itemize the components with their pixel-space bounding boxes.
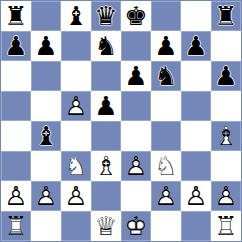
white-rook-piece[interactable]: ♜ bbox=[211, 211, 241, 241]
white-bishop-piece[interactable]: ♝ bbox=[91, 151, 121, 181]
square-c1[interactable] bbox=[61, 211, 91, 241]
square-d7[interactable]: ♞ bbox=[91, 31, 121, 61]
black-king-piece[interactable]: ♚ bbox=[121, 1, 151, 31]
black-pawn-piece[interactable]: ♟ bbox=[211, 61, 241, 91]
square-a5[interactable] bbox=[1, 91, 31, 121]
square-c4[interactable] bbox=[61, 121, 91, 151]
square-b1[interactable] bbox=[31, 211, 61, 241]
square-h8[interactable]: ♜ bbox=[211, 1, 241, 31]
square-a7[interactable]: ♟ bbox=[1, 31, 31, 61]
black-pawn-piece[interactable]: ♟ bbox=[151, 31, 181, 61]
square-b7[interactable]: ♟ bbox=[31, 31, 61, 61]
square-h2[interactable]: ♟ bbox=[211, 181, 241, 211]
square-g5[interactable] bbox=[181, 91, 211, 121]
square-d1[interactable]: ♛ bbox=[91, 211, 121, 241]
white-rook-piece[interactable]: ♜ bbox=[1, 211, 31, 241]
square-f5[interactable] bbox=[151, 91, 181, 121]
square-e8[interactable]: ♚ bbox=[121, 1, 151, 31]
square-h7[interactable] bbox=[211, 31, 241, 61]
black-queen-piece[interactable]: ♛ bbox=[91, 1, 121, 31]
white-pawn-piece[interactable]: ♟ bbox=[31, 181, 61, 211]
square-h6[interactable]: ♟ bbox=[211, 61, 241, 91]
square-e2[interactable] bbox=[121, 181, 151, 211]
black-pawn-piece[interactable]: ♟ bbox=[181, 31, 211, 61]
square-g6[interactable] bbox=[181, 61, 211, 91]
square-c5[interactable]: ♟ bbox=[61, 91, 91, 121]
square-h5[interactable] bbox=[211, 91, 241, 121]
square-c2[interactable]: ♟ bbox=[61, 181, 91, 211]
square-a8[interactable]: ♜ bbox=[1, 1, 31, 31]
square-b3[interactable] bbox=[31, 151, 61, 181]
square-f7[interactable]: ♟ bbox=[151, 31, 181, 61]
square-g8[interactable] bbox=[181, 1, 211, 31]
white-bishop-piece[interactable]: ♝ bbox=[211, 121, 241, 151]
black-bishop-piece[interactable]: ♝ bbox=[31, 121, 61, 151]
black-rook-piece[interactable]: ♜ bbox=[211, 1, 241, 31]
square-a1[interactable]: ♜ bbox=[1, 211, 31, 241]
square-h1[interactable]: ♜ bbox=[211, 211, 241, 241]
square-b4[interactable]: ♝ bbox=[31, 121, 61, 151]
square-g2[interactable]: ♟ bbox=[181, 181, 211, 211]
square-e1[interactable]: ♚ bbox=[121, 211, 151, 241]
black-bishop-piece[interactable]: ♝ bbox=[61, 1, 91, 31]
square-e7[interactable] bbox=[121, 31, 151, 61]
square-a6[interactable] bbox=[1, 61, 31, 91]
square-g3[interactable] bbox=[181, 151, 211, 181]
black-rook-piece[interactable]: ♜ bbox=[1, 1, 31, 31]
square-a2[interactable]: ♟ bbox=[1, 181, 31, 211]
square-h3[interactable] bbox=[211, 151, 241, 181]
white-king-piece[interactable]: ♚ bbox=[121, 211, 151, 241]
black-pawn-piece[interactable]: ♟ bbox=[1, 31, 31, 61]
square-f6[interactable]: ♞ bbox=[151, 61, 181, 91]
white-pawn-piece[interactable]: ♟ bbox=[211, 181, 241, 211]
square-d6[interactable] bbox=[91, 61, 121, 91]
black-knight-piece[interactable]: ♞ bbox=[91, 31, 121, 61]
black-pawn-piece[interactable]: ♟ bbox=[91, 91, 121, 121]
white-queen-piece[interactable]: ♛ bbox=[91, 211, 121, 241]
square-c6[interactable] bbox=[61, 61, 91, 91]
square-g1[interactable] bbox=[181, 211, 211, 241]
white-knight-piece[interactable]: ♞ bbox=[61, 151, 91, 181]
white-pawn-piece[interactable]: ♟ bbox=[121, 151, 151, 181]
chess-board: ♜♝♛♚♜♟♟♞♟♟♟♞♟♟♟♝♝♞♝♟♞♟♟♟♟♟♟♜♛♚♜ bbox=[0, 0, 242, 242]
white-pawn-piece[interactable]: ♟ bbox=[151, 181, 181, 211]
black-knight-piece[interactable]: ♞ bbox=[151, 61, 181, 91]
black-pawn-piece[interactable]: ♟ bbox=[31, 31, 61, 61]
square-b8[interactable] bbox=[31, 1, 61, 31]
square-d5[interactable]: ♟ bbox=[91, 91, 121, 121]
square-c3[interactable]: ♞ bbox=[61, 151, 91, 181]
square-e5[interactable] bbox=[121, 91, 151, 121]
square-g4[interactable] bbox=[181, 121, 211, 151]
square-e6[interactable]: ♟ bbox=[121, 61, 151, 91]
black-pawn-piece[interactable]: ♟ bbox=[121, 61, 151, 91]
white-pawn-piece[interactable]: ♟ bbox=[61, 181, 91, 211]
square-e4[interactable] bbox=[121, 121, 151, 151]
square-b2[interactable]: ♟ bbox=[31, 181, 61, 211]
square-b5[interactable] bbox=[31, 91, 61, 121]
white-pawn-piece[interactable]: ♟ bbox=[1, 181, 31, 211]
square-g7[interactable]: ♟ bbox=[181, 31, 211, 61]
square-f8[interactable] bbox=[151, 1, 181, 31]
square-a3[interactable] bbox=[1, 151, 31, 181]
white-pawn-piece[interactable]: ♟ bbox=[61, 91, 91, 121]
square-d2[interactable] bbox=[91, 181, 121, 211]
square-c8[interactable]: ♝ bbox=[61, 1, 91, 31]
white-knight-piece[interactable]: ♞ bbox=[151, 151, 181, 181]
square-f2[interactable]: ♟ bbox=[151, 181, 181, 211]
square-d4[interactable] bbox=[91, 121, 121, 151]
square-d8[interactable]: ♛ bbox=[91, 1, 121, 31]
square-e3[interactable]: ♟ bbox=[121, 151, 151, 181]
square-f1[interactable] bbox=[151, 211, 181, 241]
square-b6[interactable] bbox=[31, 61, 61, 91]
white-pawn-piece[interactable]: ♟ bbox=[181, 181, 211, 211]
square-d3[interactable]: ♝ bbox=[91, 151, 121, 181]
square-f4[interactable] bbox=[151, 121, 181, 151]
square-h4[interactable]: ♝ bbox=[211, 121, 241, 151]
square-c7[interactable] bbox=[61, 31, 91, 61]
square-f3[interactable]: ♞ bbox=[151, 151, 181, 181]
square-a4[interactable] bbox=[1, 121, 31, 151]
